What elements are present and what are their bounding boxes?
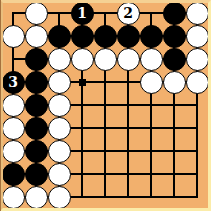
grid-line-vertical — [12, 48, 14, 71]
black-stone — [71, 25, 94, 48]
black-stone — [163, 2, 186, 25]
board-cell — [2, 2, 25, 25]
grid-line-vertical — [104, 12, 106, 25]
board-cell — [140, 71, 163, 94]
white-stone — [2, 117, 25, 140]
white-stone — [186, 25, 209, 48]
board-cell — [94, 94, 117, 117]
board-cell — [163, 25, 186, 48]
white-stone — [94, 48, 117, 71]
board-cell — [140, 163, 163, 186]
grid-line-vertical — [104, 71, 106, 94]
board-cell — [94, 25, 117, 48]
board-cell — [71, 140, 94, 163]
white-stone — [48, 163, 71, 186]
board-cell — [117, 163, 140, 186]
grid-line-vertical — [81, 117, 83, 140]
grid-line-vertical — [81, 94, 83, 117]
board-cell — [117, 140, 140, 163]
board-cell — [48, 94, 71, 117]
board-cell — [186, 48, 209, 71]
black-stone — [25, 117, 48, 140]
go-grid: 123 — [2, 2, 209, 209]
white-stone — [2, 186, 25, 209]
white-stone — [25, 25, 48, 48]
board-cell: 3 — [2, 71, 25, 94]
board-cell — [163, 2, 186, 25]
board-cell — [186, 25, 209, 48]
board-cell: 2 — [117, 2, 140, 25]
board-cell — [163, 163, 186, 186]
board-cell — [48, 117, 71, 140]
white-stone — [186, 71, 209, 94]
board-cell — [48, 163, 71, 186]
board-cell — [140, 140, 163, 163]
grid-line-vertical — [196, 140, 198, 163]
board-cell — [2, 48, 25, 71]
board-cell — [94, 48, 117, 71]
board-cell — [140, 94, 163, 117]
go-board: 123 — [0, 0, 211, 211]
white-stone — [186, 2, 209, 25]
white-stone — [48, 94, 71, 117]
board-cell — [25, 25, 48, 48]
board-cell — [25, 48, 48, 71]
black-stone — [25, 71, 48, 94]
board-cell — [140, 48, 163, 71]
white-stone — [2, 94, 25, 117]
black-stone — [25, 94, 48, 117]
board-cell — [2, 25, 25, 48]
board-cell — [71, 94, 94, 117]
board-cell — [186, 163, 209, 186]
white-stone — [71, 48, 94, 71]
board-cell — [25, 163, 48, 186]
grid-line-vertical — [81, 163, 83, 186]
board-cell — [186, 71, 209, 94]
grid-line-vertical — [150, 117, 152, 140]
white-stone — [25, 2, 48, 25]
black-stone-numbered: 1 — [71, 2, 94, 25]
board-cell — [25, 186, 48, 209]
board-cell — [48, 71, 71, 94]
board-cell — [25, 117, 48, 140]
black-stone — [94, 25, 117, 48]
board-cell — [94, 186, 117, 209]
grid-line-vertical — [150, 186, 152, 199]
board-cell — [25, 94, 48, 117]
grid-line-vertical — [173, 94, 175, 117]
board-cell — [25, 140, 48, 163]
white-stone — [48, 48, 71, 71]
white-stone — [25, 186, 48, 209]
black-stone — [163, 48, 186, 71]
board-cell — [94, 117, 117, 140]
board-cell — [2, 117, 25, 140]
grid-line-vertical — [127, 71, 129, 94]
board-cell — [94, 2, 117, 25]
board-cell — [186, 94, 209, 117]
white-stone — [163, 71, 186, 94]
board-cell — [140, 2, 163, 25]
black-stone-numbered: 3 — [2, 71, 25, 94]
board-cell — [94, 140, 117, 163]
white-stone-numbered: 2 — [117, 2, 140, 25]
board-cell — [163, 117, 186, 140]
board-cell — [2, 186, 25, 209]
grid-line-vertical — [104, 140, 106, 163]
grid-line-vertical — [81, 140, 83, 163]
board-cell — [71, 25, 94, 48]
board-cell — [71, 186, 94, 209]
grid-line-vertical — [127, 163, 129, 186]
grid-line-vertical — [104, 163, 106, 186]
board-cell — [25, 2, 48, 25]
white-stone — [48, 140, 71, 163]
grid-line-vertical — [150, 94, 152, 117]
board-cell — [163, 186, 186, 209]
board-cell — [140, 117, 163, 140]
grid-line-vertical — [150, 163, 152, 186]
grid-line-vertical — [173, 117, 175, 140]
grid-line-vertical — [58, 12, 60, 25]
board-cell: 1 — [71, 2, 94, 25]
board-cell — [117, 25, 140, 48]
board-cell — [117, 117, 140, 140]
grid-line-vertical — [196, 163, 198, 186]
white-stone — [48, 117, 71, 140]
board-cell — [94, 163, 117, 186]
board-cell — [48, 25, 71, 48]
black-stone — [117, 25, 140, 48]
grid-line-vertical — [127, 140, 129, 163]
board-cell — [2, 94, 25, 117]
board-cell — [25, 71, 48, 94]
white-stone — [48, 71, 71, 94]
grid-line-vertical — [173, 163, 175, 186]
grid-line-vertical — [127, 186, 129, 199]
black-stone — [25, 140, 48, 163]
board-cell — [48, 48, 71, 71]
grid-line-vertical — [196, 94, 198, 117]
white-stone — [140, 71, 163, 94]
board-cell — [71, 163, 94, 186]
board-cell — [140, 186, 163, 209]
white-stone — [117, 48, 140, 71]
board-cell — [71, 71, 94, 94]
grid-line-vertical — [12, 12, 14, 25]
grid-line-vertical — [196, 186, 198, 199]
black-stone — [2, 163, 25, 186]
grid-line-vertical — [104, 117, 106, 140]
hoshi-point — [79, 79, 86, 86]
board-cell — [117, 186, 140, 209]
black-stone — [163, 25, 186, 48]
board-cell — [186, 117, 209, 140]
board-cell — [48, 2, 71, 25]
white-stone — [2, 140, 25, 163]
black-stone — [48, 25, 71, 48]
white-stone — [140, 48, 163, 71]
black-stone — [25, 163, 48, 186]
black-stone — [25, 48, 48, 71]
board-cell — [163, 71, 186, 94]
board-cell — [163, 48, 186, 71]
grid-line-vertical — [127, 117, 129, 140]
board-cell — [140, 25, 163, 48]
board-cell — [117, 48, 140, 71]
grid-line-vertical — [173, 140, 175, 163]
board-cell — [186, 2, 209, 25]
grid-line-vertical — [104, 186, 106, 199]
grid-line-vertical — [173, 186, 175, 199]
board-cell — [163, 94, 186, 117]
board-cell — [163, 140, 186, 163]
board-cell — [48, 140, 71, 163]
grid-line-vertical — [81, 186, 83, 199]
board-cell — [71, 117, 94, 140]
grid-line-vertical — [150, 12, 152, 25]
grid-line-vertical — [127, 94, 129, 117]
board-cell — [71, 48, 94, 71]
board-cell — [94, 71, 117, 94]
board-cell — [48, 186, 71, 209]
grid-line-vertical — [150, 140, 152, 163]
white-stone — [2, 25, 25, 48]
grid-line-vertical — [104, 94, 106, 117]
board-cell — [186, 140, 209, 163]
white-stone — [186, 48, 209, 71]
board-cell — [117, 71, 140, 94]
board-cell — [2, 163, 25, 186]
board-cell — [2, 140, 25, 163]
black-stone — [140, 25, 163, 48]
board-cell — [186, 186, 209, 209]
board-cell — [117, 94, 140, 117]
grid-line-vertical — [196, 117, 198, 140]
white-stone — [48, 186, 71, 209]
